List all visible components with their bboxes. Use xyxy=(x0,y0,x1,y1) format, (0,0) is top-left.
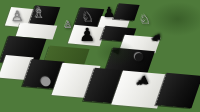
chess-piece-black-knight-fallen[interactable]: ♞ xyxy=(149,32,162,45)
chess-piece-black-pawn-fallen-sm[interactable]: ♟ xyxy=(111,46,121,56)
chess-piece-black-pawn-big[interactable]: ♟ xyxy=(78,26,96,44)
chess-piece-silver-bishop-far[interactable]: ♗ xyxy=(32,6,47,21)
chess-3d-scene: ♙♗♙♘♟♟♘♞♟●●♟ xyxy=(0,0,200,112)
chess-piece-silver-knight-mid[interactable]: ♘ xyxy=(81,10,95,24)
chess-piece-white-knight-right[interactable]: ♘ xyxy=(139,13,152,26)
chess-piece-black-pawn-fallen-near[interactable]: ♟ xyxy=(132,72,152,92)
pieces-layer: ♙♗♙♘♟♟♘♞♟●●♟ xyxy=(0,0,200,112)
chess-piece-black-piece-on-dark[interactable]: ● xyxy=(134,51,145,62)
chess-piece-white-pawn-ball-fallen[interactable]: ● xyxy=(40,75,52,87)
chess-piece-silver-pawn-small[interactable]: ♙ xyxy=(63,20,73,30)
chess-piece-silver-pawn-far-left[interactable]: ♙ xyxy=(10,9,24,23)
chess-piece-black-pawn-far[interactable]: ♟ xyxy=(102,5,116,19)
